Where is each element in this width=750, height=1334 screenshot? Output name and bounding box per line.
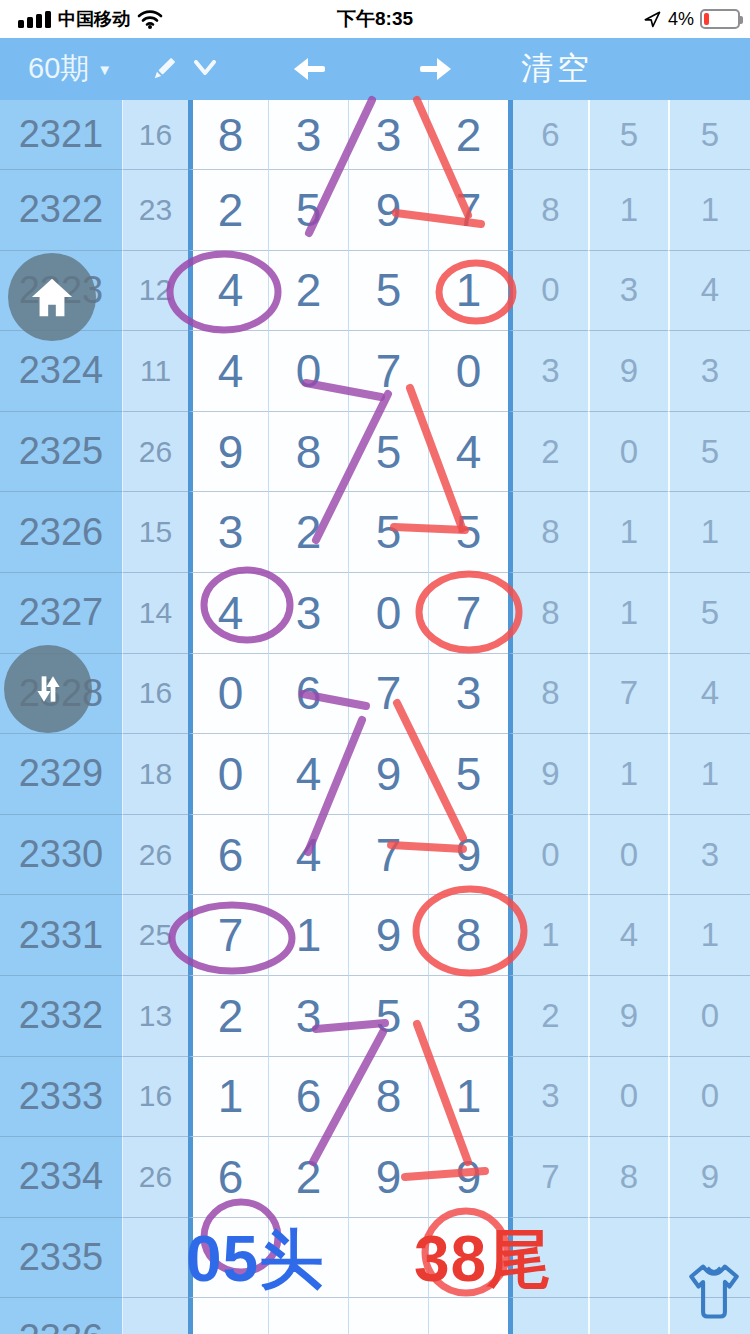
digit-cell[interactable]: [268, 1297, 348, 1334]
digit-cell[interactable]: 1: [188, 1056, 268, 1137]
sum-cell: 18: [122, 733, 188, 814]
table-row: 2334266299789: [0, 1136, 750, 1217]
tail-cell[interactable]: 8: [508, 653, 588, 734]
digit-cell[interactable]: 7: [348, 814, 428, 895]
tshirt-icon: [684, 1260, 744, 1324]
location-arrow-icon: [642, 9, 662, 29]
period-cell: 2321: [0, 100, 122, 169]
sum-cell: 26: [122, 814, 188, 895]
tail-cell[interactable]: 0: [508, 250, 588, 331]
sum-cell: 12: [122, 250, 188, 331]
tail-cell[interactable]: 1: [508, 894, 588, 975]
tail-cell[interactable]: 1: [668, 169, 750, 250]
period-cell: 2330: [0, 814, 122, 895]
period-selector[interactable]: 60期 ▼: [28, 38, 112, 100]
sum-cell: 16: [122, 653, 188, 734]
digit-cell[interactable]: 7: [188, 894, 268, 975]
digit-cell[interactable]: 9: [188, 411, 268, 492]
tail-prediction-text: 38尾: [414, 1226, 552, 1293]
digit-cell[interactable]: 5: [348, 411, 428, 492]
home-icon: [29, 275, 75, 319]
sum-cell: [122, 1297, 188, 1334]
digit-cell[interactable]: 2: [428, 100, 508, 169]
digit-cell[interactable]: 1: [268, 894, 348, 975]
digit-cell[interactable]: 3: [268, 100, 348, 169]
tail-cell[interactable]: 9: [588, 330, 668, 411]
sum-cell: 13: [122, 975, 188, 1056]
sum-cell: 23: [122, 169, 188, 250]
digit-cell[interactable]: [428, 1297, 508, 1334]
digit-cell[interactable]: 2: [188, 169, 268, 250]
period-cell: 2329: [0, 733, 122, 814]
tail-cell[interactable]: 0: [668, 975, 750, 1056]
table-row: 2331257198141: [0, 894, 750, 975]
table-row: 2332132353290: [0, 975, 750, 1056]
tail-cell[interactable]: 5: [668, 100, 750, 169]
period-cell: 2331: [0, 894, 122, 975]
sort-button[interactable]: [4, 645, 92, 733]
table-row: 2324114070393: [0, 330, 750, 411]
pencil-button[interactable]: [148, 38, 180, 100]
digit-cell[interactable]: 1: [428, 250, 508, 331]
table-row: 2329180495911: [0, 733, 750, 814]
chevron-down-triangle-icon: ▼: [97, 61, 112, 78]
digit-cell[interactable]: 2: [188, 975, 268, 1056]
tail-cell[interactable]: 1: [668, 894, 750, 975]
digit-cell[interactable]: 0: [188, 733, 268, 814]
sort-arrows-icon: [29, 670, 67, 708]
head-prediction-text: 05头: [186, 1226, 324, 1293]
digit-cell[interactable]: 3: [428, 653, 508, 734]
digit-cell[interactable]: 8: [188, 100, 268, 169]
tail-cell[interactable]: 5: [668, 572, 750, 653]
tail-cell[interactable]: 4: [668, 250, 750, 331]
table-row: 2330266479003: [0, 814, 750, 895]
period-cell: 2326: [0, 491, 122, 572]
tail-cell[interactable]: 2: [508, 411, 588, 492]
tail-cell[interactable]: 1: [588, 733, 668, 814]
battery-percent-label: 4%: [668, 9, 694, 30]
tail-cell[interactable]: 0: [588, 411, 668, 492]
digit-cell[interactable]: 8: [348, 1056, 428, 1137]
tail-cell[interactable]: 5: [588, 100, 668, 169]
tail-cell[interactable]: 4: [668, 653, 750, 734]
tail-cell[interactable]: 8: [508, 572, 588, 653]
home-button[interactable]: [8, 253, 96, 341]
table-row: 2327144307815: [0, 572, 750, 653]
tail-cell[interactable]: 5: [668, 411, 750, 492]
digit-cell[interactable]: 2: [268, 491, 348, 572]
prev-button[interactable]: [292, 38, 328, 100]
digit-cell[interactable]: 5: [348, 491, 428, 572]
digit-cell[interactable]: 2: [268, 250, 348, 331]
period-cell: 2332: [0, 975, 122, 1056]
tail-cell[interactable]: 9: [588, 975, 668, 1056]
period-label: 60期: [28, 49, 89, 89]
table-row: 2335: [0, 1217, 750, 1298]
digit-cell[interactable]: 0: [188, 653, 268, 734]
table-row: 2336: [0, 1297, 750, 1334]
period-cell: 2333: [0, 1056, 122, 1137]
arrow-right-icon: [417, 56, 453, 82]
table-row: 2333161681300: [0, 1056, 750, 1137]
pencil-icon: [148, 53, 180, 85]
sum-cell: 26: [122, 411, 188, 492]
digit-cell[interactable]: 8: [268, 411, 348, 492]
next-button[interactable]: [417, 38, 453, 100]
tail-cell[interactable]: 6: [508, 100, 588, 169]
battery-icon: [700, 9, 740, 29]
tail-cell[interactable]: 1: [588, 572, 668, 653]
digit-cell[interactable]: 7: [428, 169, 508, 250]
period-cell: 2334: [0, 1136, 122, 1217]
digit-cell[interactable]: 6: [188, 1136, 268, 1217]
digit-cell[interactable]: 6: [268, 1056, 348, 1137]
digit-cell[interactable]: 9: [348, 1136, 428, 1217]
arrow-left-icon: [292, 56, 328, 82]
digit-cell[interactable]: 9: [348, 733, 428, 814]
sum-cell: 11: [122, 330, 188, 411]
status-bar: 中国移动 下午8:35 4%: [0, 0, 750, 38]
period-cell: 2322: [0, 169, 122, 250]
digit-cell[interactable]: 5: [348, 975, 428, 1056]
expand-button[interactable]: [190, 38, 220, 100]
tail-cell[interactable]: 8: [508, 169, 588, 250]
digit-cell[interactable]: 0: [268, 330, 348, 411]
tail-cell[interactable]: 0: [588, 814, 668, 895]
clear-button[interactable]: 清空: [521, 38, 593, 100]
tail-cell[interactable]: 9: [668, 1136, 750, 1217]
digit-cell[interactable]: 5: [348, 250, 428, 331]
shirt-button[interactable]: [684, 1260, 744, 1324]
tail-cell[interactable]: 0: [588, 1056, 668, 1137]
tail-cell[interactable]: 3: [668, 330, 750, 411]
digit-cell[interactable]: 4: [188, 330, 268, 411]
digit-cell[interactable]: 5: [268, 169, 348, 250]
digit-cell[interactable]: 4: [268, 814, 348, 895]
tail-cell[interactable]: 7: [508, 1136, 588, 1217]
digit-cell[interactable]: 4: [188, 572, 268, 653]
tail-cell[interactable]: 1: [668, 733, 750, 814]
tail-cell[interactable]: [508, 1297, 588, 1334]
chevron-down-icon: [190, 58, 220, 80]
digit-cell[interactable]: 6: [268, 653, 348, 734]
clock-label: 下午8:35: [0, 6, 750, 32]
digit-cell[interactable]: 3: [348, 100, 428, 169]
digit-cell[interactable]: [188, 1297, 268, 1334]
sum-cell: 26: [122, 1136, 188, 1217]
digit-cell[interactable]: [348, 1297, 428, 1334]
tail-cell[interactable]: 1: [588, 491, 668, 572]
tail-cell[interactable]: 0: [508, 814, 588, 895]
sum-cell: [122, 1217, 188, 1298]
digit-cell[interactable]: 4: [268, 733, 348, 814]
digit-cell[interactable]: 5: [428, 491, 508, 572]
sum-cell: 25: [122, 894, 188, 975]
sum-cell: 16: [122, 100, 188, 169]
digit-cell[interactable]: 7: [348, 653, 428, 734]
digit-cell[interactable]: 7: [428, 572, 508, 653]
table-row: 2321168332655: [0, 100, 750, 169]
sum-cell: 14: [122, 572, 188, 653]
tail-cell[interactable]: 2: [508, 975, 588, 1056]
sum-cell: 15: [122, 491, 188, 572]
digit-cell[interactable]: 9: [348, 169, 428, 250]
digit-cell[interactable]: 6: [188, 814, 268, 895]
digit-cell[interactable]: 3: [188, 491, 268, 572]
tail-cell[interactable]: 7: [588, 653, 668, 734]
tail-cell[interactable]: 4: [588, 894, 668, 975]
period-cell: 2325: [0, 411, 122, 492]
tail-cell[interactable]: 1: [668, 491, 750, 572]
digit-cell[interactable]: 5: [428, 733, 508, 814]
digit-cell[interactable]: 0: [428, 330, 508, 411]
period-cell: 2327: [0, 572, 122, 653]
sum-cell: 16: [122, 1056, 188, 1137]
table-row: 2328160673874: [0, 653, 750, 734]
tail-cell[interactable]: 8: [508, 491, 588, 572]
period-cell: 2336: [0, 1297, 122, 1334]
digit-cell[interactable]: 1: [428, 1056, 508, 1137]
table-row: 2326153255811: [0, 491, 750, 572]
trend-table: 2321168332655232223259781123231242510342…: [0, 100, 750, 1334]
table-row: 2322232597811: [0, 169, 750, 250]
digit-cell[interactable]: 0: [348, 572, 428, 653]
tail-cell[interactable]: 8: [588, 1136, 668, 1217]
app-screen: 中国移动 下午8:35 4% 60期 ▼: [0, 0, 750, 1334]
tail-cell[interactable]: [588, 1297, 668, 1334]
digit-cell[interactable]: 3: [268, 975, 348, 1056]
tail-cell[interactable]: 3: [668, 814, 750, 895]
digit-cell[interactable]: 4: [428, 411, 508, 492]
tail-cell[interactable]: 1: [588, 169, 668, 250]
toolbar: 60期 ▼: [0, 38, 750, 100]
tail-cell[interactable]: 3: [508, 330, 588, 411]
digit-cell[interactable]: 4: [188, 250, 268, 331]
digit-cell[interactable]: 2: [268, 1136, 348, 1217]
digit-cell[interactable]: 7: [348, 330, 428, 411]
tail-cell[interactable]: 3: [508, 1056, 588, 1137]
tail-cell[interactable]: [588, 1217, 668, 1298]
tail-cell[interactable]: 0: [668, 1056, 750, 1137]
digit-cell[interactable]: 9: [428, 1136, 508, 1217]
digit-cell[interactable]: 9: [428, 814, 508, 895]
digit-cell[interactable]: 8: [428, 894, 508, 975]
period-cell: 2324: [0, 330, 122, 411]
table-row: 2323124251034: [0, 250, 750, 331]
tail-cell[interactable]: 9: [508, 733, 588, 814]
digit-cell[interactable]: 3: [428, 975, 508, 1056]
tail-cell[interactable]: 3: [588, 250, 668, 331]
digit-cell[interactable]: 3: [268, 572, 348, 653]
period-cell: 2335: [0, 1217, 122, 1298]
table-row: 2325269854205: [0, 411, 750, 492]
digit-cell[interactable]: 9: [348, 894, 428, 975]
